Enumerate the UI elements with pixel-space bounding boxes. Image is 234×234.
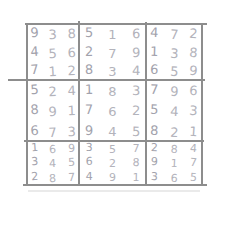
cell-r1c2[interactable]: 3 [44, 25, 62, 45]
cell-r2c1[interactable]: 4 [25, 41, 44, 61]
cell-r4c1[interactable]: 5 [25, 78, 44, 99]
cell-r6c1[interactable]: 6 [25, 119, 44, 141]
cell-r9c5[interactable]: 9 [101, 171, 123, 185]
cell-r4c5[interactable]: 8 [101, 81, 123, 101]
cell-r6c5[interactable]: 4 [101, 122, 123, 142]
cell-r8c6[interactable]: 8 [124, 155, 147, 170]
scan-artifact-line [28, 190, 200, 192]
grid-line-right [201, 23, 203, 184]
grid-line-v-mid2 [145, 22, 147, 185]
cell-r9c6[interactable]: 1 [124, 169, 147, 184]
cell-r1c4[interactable]: 5 [78, 23, 101, 42]
cell-r3c1[interactable]: 7 [25, 60, 44, 80]
grid-line-h-mid2 [24, 140, 204, 142]
cell-r3c7[interactable]: 6 [145, 60, 164, 79]
cell-r4c8[interactable]: 9 [164, 80, 184, 101]
cell-r7c6[interactable]: 7 [124, 141, 147, 156]
cell-r1c7[interactable]: 4 [145, 23, 164, 42]
cell-r2c8[interactable]: 3 [164, 43, 184, 63]
cell-r4c7[interactable]: 7 [145, 79, 164, 100]
cell-r2c7[interactable]: 1 [145, 41, 164, 60]
cell-r4c4[interactable]: 1 [78, 79, 101, 100]
cell-r2c5[interactable]: 7 [101, 44, 123, 63]
sudoku-grid: 9385164724562791387128346595241837968917… [27, 24, 202, 184]
cell-r8c2[interactable]: 4 [44, 156, 62, 171]
cell-r9c1[interactable]: 2 [26, 168, 44, 184]
cell-r3c4[interactable]: 8 [78, 60, 101, 79]
cell-r8c4[interactable]: 6 [78, 154, 101, 169]
cell-r6c4[interactable]: 9 [78, 119, 101, 140]
cell-r1c5[interactable]: 1 [101, 25, 123, 44]
grid-line-v-mid1 [78, 21, 80, 185]
cell-r5c1[interactable]: 8 [25, 99, 44, 120]
cell-r7c5[interactable]: 5 [101, 142, 123, 156]
cell-r2c4[interactable]: 2 [78, 41, 101, 60]
scanned-sudoku-page: 9385164724562791387128346595241837968917… [0, 0, 234, 234]
cell-r2c2[interactable]: 5 [44, 43, 62, 63]
grid-line-top [25, 23, 207, 25]
cell-r5c5[interactable]: 6 [101, 101, 123, 121]
cell-r5c4[interactable]: 7 [78, 99, 101, 120]
cell-r5c7[interactable]: 5 [145, 99, 164, 120]
cell-r8c7[interactable]: 9 [145, 154, 164, 169]
grid-line-left [26, 23, 28, 186]
grid-line-bottom [23, 184, 207, 186]
cell-r9c4[interactable]: 4 [78, 168, 101, 183]
cell-r1c1[interactable]: 9 [25, 22, 44, 42]
cell-r1c8[interactable]: 7 [164, 25, 184, 45]
cell-r5c8[interactable]: 4 [164, 101, 184, 122]
cell-r8c1[interactable]: 3 [26, 154, 44, 169]
cell-r6c7[interactable]: 8 [145, 119, 164, 140]
cell-r9c7[interactable]: 3 [145, 168, 164, 183]
cell-r5c2[interactable]: 9 [44, 101, 62, 122]
cell-r8c5[interactable]: 2 [101, 156, 123, 170]
cell-r7c8[interactable]: 8 [164, 141, 183, 156]
cell-r7c2[interactable]: 6 [44, 142, 62, 157]
cell-r8c8[interactable]: 1 [164, 156, 183, 171]
grid-line-h-mid1 [8, 79, 205, 81]
cell-r4c2[interactable]: 2 [44, 81, 62, 102]
